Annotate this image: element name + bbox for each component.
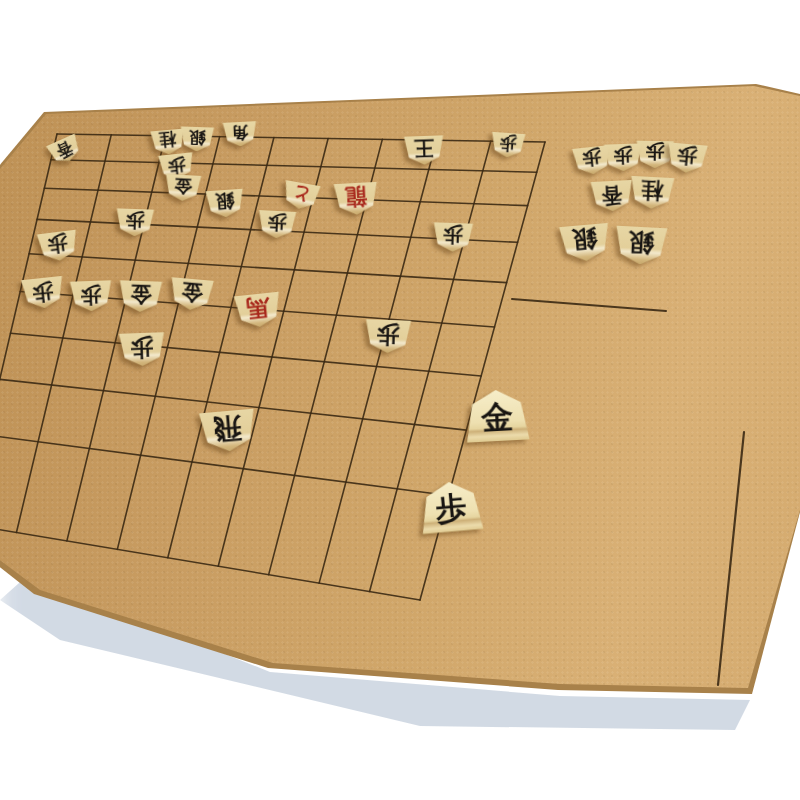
shogi-piece-飛[interactable]: 飛 [198, 408, 257, 453]
piece-face: 歩 [257, 210, 296, 239]
shogi-piece-金[interactable]: 金 [118, 280, 162, 312]
piece-kanji: 歩 [119, 335, 166, 360]
piece-kanji: と [282, 182, 321, 206]
shogi-piece-歩[interactable]: 歩 [36, 229, 79, 262]
shogi-piece-角[interactable]: 角 [222, 121, 257, 147]
piece-face: 歩 [36, 229, 79, 262]
piece-kanji: 歩 [258, 212, 297, 233]
piece-kanji: 歩 [666, 144, 708, 167]
piece-face: 歩 [490, 132, 526, 159]
piece-face: 馬 [233, 292, 282, 330]
piece-kanji: 飛 [199, 411, 257, 444]
shogi-piece-歩[interactable]: 歩 [364, 320, 411, 355]
piece-kanji: 歩 [419, 490, 483, 526]
piece-face: 歩 [433, 222, 474, 252]
piece-kanji: 角 [222, 123, 257, 142]
shogi-piece-歩[interactable]: 歩 [257, 210, 296, 239]
piece-kanji: 金 [464, 399, 530, 434]
piece-kanji: 桂 [630, 178, 675, 202]
piece-kanji: 歩 [433, 224, 474, 245]
shogi-piece-歩[interactable]: 歩 [666, 142, 708, 174]
piece-face: 角 [222, 121, 257, 147]
shogi-felt-mat [0, 0, 800, 800]
shogi-piece-歩[interactable]: 歩 [118, 333, 165, 368]
piece-kanji: 銀 [205, 191, 244, 213]
shogi-board-photo: 香桂銀角王歩歩金と龍歩歩銀歩歩歩歩金金馬歩歩飛歩歩歩歩香桂銀銀金歩 [0, 0, 800, 800]
shogi-piece-金[interactable]: 金 [164, 174, 201, 202]
piece-kanji: 香 [590, 182, 633, 205]
piece-kanji: 金 [169, 279, 214, 304]
piece-face: 桂 [150, 128, 186, 155]
piece-face: 歩 [116, 209, 155, 238]
piece-kanji: 銀 [615, 229, 668, 258]
piece-kanji: 歩 [21, 278, 65, 303]
piece-kanji: 金 [118, 282, 162, 305]
shogi-piece-王[interactable]: 王 [404, 135, 445, 165]
shogi-piece-歩[interactable]: 歩 [418, 480, 484, 535]
piece-face: 銀 [559, 223, 612, 263]
shogi-piece-龍-promoted[interactable]: 龍 [333, 182, 379, 216]
piece-face: 桂 [629, 176, 675, 210]
shogi-piece-歩[interactable]: 歩 [69, 280, 112, 312]
shogi-piece-歩[interactable]: 歩 [572, 145, 613, 176]
piece-face: 歩 [572, 145, 613, 176]
piece-kanji: 龍 [333, 184, 378, 208]
piece-face: 金 [464, 389, 531, 443]
shogi-piece-馬-promoted[interactable]: 馬 [233, 292, 282, 330]
piece-face: 銀 [614, 226, 668, 266]
piece-kanji: 馬 [234, 295, 282, 323]
piece-kanji: 歩 [37, 231, 79, 256]
piece-face: 歩 [69, 280, 112, 312]
piece-kanji: 歩 [116, 211, 155, 231]
shogi-piece-歩[interactable]: 歩 [490, 132, 526, 159]
shogi-piece-金[interactable]: 金 [464, 389, 531, 443]
piece-face: 金 [168, 277, 214, 312]
shogi-piece-香[interactable]: 香 [590, 180, 634, 212]
shogi-piece-銀[interactable]: 銀 [205, 189, 245, 219]
shogi-piece-歩[interactable]: 歩 [433, 222, 474, 252]
piece-face: 飛 [198, 408, 257, 453]
piece-face: 歩 [418, 480, 484, 535]
piece-face: 金 [118, 280, 162, 312]
piece-kanji: 歩 [572, 147, 612, 170]
piece-kanji: 歩 [491, 133, 526, 152]
shogi-piece-銀[interactable]: 銀 [559, 223, 612, 263]
piece-kanji: 歩 [70, 282, 113, 304]
piece-face: 歩 [21, 276, 66, 310]
piece-face: 金 [164, 174, 201, 202]
shogi-piece-歩[interactable]: 歩 [21, 276, 66, 310]
piece-face: 歩 [118, 333, 165, 368]
shogi-piece-歩[interactable]: 歩 [116, 209, 155, 238]
piece-face: 歩 [666, 142, 708, 174]
piece-face: 香 [590, 180, 634, 212]
piece-face: 歩 [364, 320, 411, 355]
piece-kanji: 銀 [559, 225, 611, 254]
piece-kanji: 桂 [150, 130, 185, 150]
shogi-piece-桂[interactable]: 桂 [150, 128, 186, 155]
piece-kanji: 歩 [365, 322, 412, 347]
shogi-piece-桂[interactable]: 桂 [629, 176, 675, 210]
shogi-piece-金[interactable]: 金 [168, 277, 214, 312]
piece-face: 銀 [205, 189, 245, 219]
piece-kanji: 王 [404, 137, 445, 158]
piece-kanji: 歩 [157, 154, 194, 175]
piece-kanji: 金 [165, 176, 202, 196]
shogi-piece-銀[interactable]: 銀 [614, 226, 668, 266]
piece-face: 龍 [333, 182, 379, 216]
piece-face: 王 [404, 135, 445, 165]
